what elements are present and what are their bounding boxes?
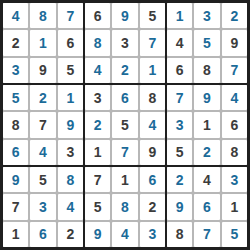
cell-r7c3[interactable]: 8 (58, 167, 83, 192)
sudoku-block-4: 521879643 (3, 85, 83, 165)
cell-r6c5[interactable]: 7 (112, 140, 137, 165)
cell-r2c1[interactable]: 2 (3, 30, 28, 55)
cell-r1c1[interactable]: 4 (3, 3, 28, 28)
cell-r9c3[interactable]: 2 (58, 222, 83, 247)
cell-r8c1[interactable]: 7 (3, 194, 28, 219)
cell-r8c2[interactable]: 3 (30, 194, 55, 219)
sudoku-board: 4872163956958374211324596875218796433682… (0, 0, 250, 250)
cell-r3c7[interactable]: 6 (167, 58, 192, 83)
cell-r5c4[interactable]: 2 (85, 112, 110, 137)
cell-r4c5[interactable]: 6 (112, 85, 137, 110)
cell-r3c1[interactable]: 3 (3, 58, 28, 83)
cell-r1c4[interactable]: 6 (85, 3, 110, 28)
cell-r9c2[interactable]: 6 (30, 222, 55, 247)
cell-r3c2[interactable]: 9 (30, 58, 55, 83)
cell-r1c9[interactable]: 2 (222, 3, 247, 28)
cell-r8c6[interactable]: 2 (140, 194, 165, 219)
cell-r7c1[interactable]: 9 (3, 167, 28, 192)
cell-r5c8[interactable]: 1 (194, 112, 219, 137)
cell-r9c6[interactable]: 3 (140, 222, 165, 247)
sudoku-block-3: 132459687 (167, 3, 247, 83)
cell-r5c5[interactable]: 5 (112, 112, 137, 137)
sudoku-block-1: 487216395 (3, 3, 83, 83)
cell-r1c2[interactable]: 8 (30, 3, 55, 28)
cell-r6c4[interactable]: 1 (85, 140, 110, 165)
cell-r8c8[interactable]: 6 (194, 194, 219, 219)
cell-r2c7[interactable]: 4 (167, 30, 192, 55)
cell-r2c6[interactable]: 7 (140, 30, 165, 55)
cell-r7c8[interactable]: 4 (194, 167, 219, 192)
cell-r3c8[interactable]: 8 (194, 58, 219, 83)
cell-r1c8[interactable]: 3 (194, 3, 219, 28)
cell-r3c4[interactable]: 4 (85, 58, 110, 83)
cell-r6c2[interactable]: 4 (30, 140, 55, 165)
cell-r6c6[interactable]: 9 (140, 140, 165, 165)
cell-r5c1[interactable]: 8 (3, 112, 28, 137)
cell-r7c5[interactable]: 1 (112, 167, 137, 192)
sudoku-block-9: 243961875 (167, 167, 247, 247)
cell-r2c2[interactable]: 1 (30, 30, 55, 55)
cell-r2c3[interactable]: 6 (58, 30, 83, 55)
cell-r9c1[interactable]: 1 (3, 222, 28, 247)
cell-r4c3[interactable]: 1 (58, 85, 83, 110)
cell-r2c5[interactable]: 3 (112, 30, 137, 55)
sudoku-block-8: 716582943 (85, 167, 165, 247)
cell-r3c6[interactable]: 1 (140, 58, 165, 83)
sudoku-block-7: 958734162 (3, 167, 83, 247)
cell-r9c9[interactable]: 5 (222, 222, 247, 247)
cell-r8c7[interactable]: 9 (167, 194, 192, 219)
cell-r6c9[interactable]: 8 (222, 140, 247, 165)
cell-r4c2[interactable]: 2 (30, 85, 55, 110)
cell-r5c6[interactable]: 4 (140, 112, 165, 137)
cell-r2c8[interactable]: 5 (194, 30, 219, 55)
cell-r9c7[interactable]: 8 (167, 222, 192, 247)
cell-r1c7[interactable]: 1 (167, 3, 192, 28)
cell-r9c8[interactable]: 7 (194, 222, 219, 247)
cell-r4c8[interactable]: 9 (194, 85, 219, 110)
cell-r6c3[interactable]: 3 (58, 140, 83, 165)
cell-r9c4[interactable]: 9 (85, 222, 110, 247)
cell-r6c1[interactable]: 6 (3, 140, 28, 165)
cell-r2c9[interactable]: 9 (222, 30, 247, 55)
cell-r9c5[interactable]: 4 (112, 222, 137, 247)
cell-r8c9[interactable]: 1 (222, 194, 247, 219)
cell-r8c4[interactable]: 5 (85, 194, 110, 219)
cell-r1c6[interactable]: 5 (140, 3, 165, 28)
cell-r3c3[interactable]: 5 (58, 58, 83, 83)
cell-r4c9[interactable]: 4 (222, 85, 247, 110)
cell-r1c3[interactable]: 7 (58, 3, 83, 28)
cell-r2c4[interactable]: 8 (85, 30, 110, 55)
cell-r3c5[interactable]: 2 (112, 58, 137, 83)
cell-r5c2[interactable]: 7 (30, 112, 55, 137)
sudoku-block-5: 368254179 (85, 85, 165, 165)
cell-r4c6[interactable]: 8 (140, 85, 165, 110)
cell-r6c8[interactable]: 2 (194, 140, 219, 165)
cell-r5c3[interactable]: 9 (58, 112, 83, 137)
cell-r4c7[interactable]: 7 (167, 85, 192, 110)
cell-r7c7[interactable]: 2 (167, 167, 192, 192)
cell-r7c9[interactable]: 3 (222, 167, 247, 192)
cell-r7c6[interactable]: 6 (140, 167, 165, 192)
cell-r7c2[interactable]: 5 (30, 167, 55, 192)
cell-r4c1[interactable]: 5 (3, 85, 28, 110)
sudoku-block-6: 794316528 (167, 85, 247, 165)
cell-r8c3[interactable]: 4 (58, 194, 83, 219)
cell-r7c4[interactable]: 7 (85, 167, 110, 192)
cell-r5c7[interactable]: 3 (167, 112, 192, 137)
cell-r8c5[interactable]: 8 (112, 194, 137, 219)
cell-r1c5[interactable]: 9 (112, 3, 137, 28)
cell-r3c9[interactable]: 7 (222, 58, 247, 83)
sudoku-block-2: 695837421 (85, 3, 165, 83)
cell-r5c9[interactable]: 6 (222, 112, 247, 137)
cell-r6c7[interactable]: 5 (167, 140, 192, 165)
cell-r4c4[interactable]: 3 (85, 85, 110, 110)
